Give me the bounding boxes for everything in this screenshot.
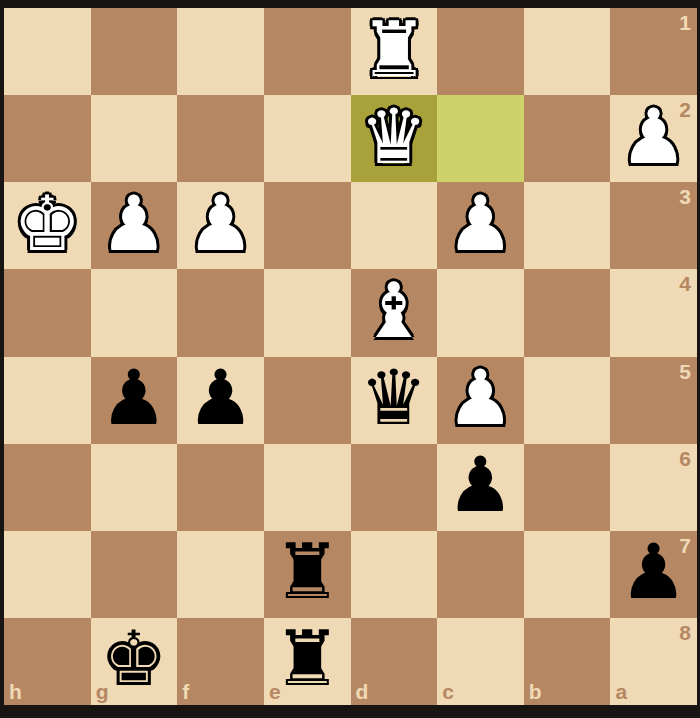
chess-board: ♜1♛♟2♚♟♟♟3♝4♟♟♛♟5♟6♜♟7h♚gf♜edcba8 (4, 8, 697, 705)
square-d1[interactable]: ♜ (351, 8, 438, 95)
white-pawn-f3[interactable]: ♟ (186, 186, 254, 262)
square-g6[interactable] (91, 444, 178, 531)
square-g7[interactable] (91, 531, 178, 618)
square-f5[interactable]: ♟ (177, 357, 264, 444)
file-label-c: c (442, 681, 454, 702)
square-b3[interactable] (524, 182, 611, 269)
square-h7[interactable] (4, 531, 91, 618)
square-d4[interactable]: ♝ (351, 269, 438, 356)
square-a2[interactable]: ♟2 (610, 95, 697, 182)
white-pawn-a2[interactable]: ♟ (620, 99, 688, 175)
square-h2[interactable] (4, 95, 91, 182)
black-pawn-a7[interactable]: ♟ (620, 534, 688, 610)
file-label-d: d (356, 681, 369, 702)
square-e2[interactable] (264, 95, 351, 182)
square-g5[interactable]: ♟ (91, 357, 178, 444)
white-pawn-c3[interactable]: ♟ (446, 186, 514, 262)
square-d5[interactable]: ♛ (351, 357, 438, 444)
square-f2[interactable] (177, 95, 264, 182)
file-label-f: f (182, 681, 189, 702)
square-f6[interactable] (177, 444, 264, 531)
white-pawn-g3[interactable]: ♟ (100, 186, 168, 262)
square-g1[interactable] (91, 8, 178, 95)
square-c8[interactable]: c (437, 618, 524, 705)
square-h8[interactable]: h (4, 618, 91, 705)
square-d3[interactable] (351, 182, 438, 269)
square-a6[interactable]: 6 (610, 444, 697, 531)
square-b5[interactable] (524, 357, 611, 444)
square-f3[interactable]: ♟ (177, 182, 264, 269)
white-pawn-c5[interactable]: ♟ (446, 360, 514, 436)
square-d7[interactable] (351, 531, 438, 618)
rank-label-8: 8 (679, 622, 691, 643)
square-b4[interactable] (524, 269, 611, 356)
rank-label-4: 4 (679, 273, 691, 294)
file-label-b: b (529, 681, 542, 702)
square-e6[interactable] (264, 444, 351, 531)
square-c1[interactable] (437, 8, 524, 95)
black-pawn-c6[interactable]: ♟ (446, 447, 514, 523)
square-e7[interactable]: ♜ (264, 531, 351, 618)
square-f7[interactable] (177, 531, 264, 618)
file-label-a: a (615, 681, 627, 702)
square-b7[interactable] (524, 531, 611, 618)
square-b1[interactable] (524, 8, 611, 95)
square-a3[interactable]: 3 (610, 182, 697, 269)
rank-label-1: 1 (679, 12, 691, 33)
file-label-e: e (269, 681, 281, 702)
square-a4[interactable]: 4 (610, 269, 697, 356)
rank-label-5: 5 (679, 361, 691, 382)
square-d8[interactable]: d (351, 618, 438, 705)
square-c6[interactable]: ♟ (437, 444, 524, 531)
square-e4[interactable] (264, 269, 351, 356)
black-king-g8[interactable]: ♚ (100, 621, 168, 697)
square-b2[interactable] (524, 95, 611, 182)
black-pawn-f5[interactable]: ♟ (186, 360, 254, 436)
square-e8[interactable]: ♜e (264, 618, 351, 705)
white-king-h3[interactable]: ♚ (13, 186, 81, 262)
square-c2[interactable] (437, 95, 524, 182)
square-g8[interactable]: ♚g (91, 618, 178, 705)
white-queen-d2[interactable]: ♛ (360, 99, 428, 175)
square-d6[interactable] (351, 444, 438, 531)
square-b6[interactable] (524, 444, 611, 531)
square-d2[interactable]: ♛ (351, 95, 438, 182)
square-a5[interactable]: 5 (610, 357, 697, 444)
square-f1[interactable] (177, 8, 264, 95)
square-c4[interactable] (437, 269, 524, 356)
black-queen-d5[interactable]: ♛ (360, 360, 428, 436)
square-a7[interactable]: ♟7 (610, 531, 697, 618)
square-c7[interactable] (437, 531, 524, 618)
square-a1[interactable]: 1 (610, 8, 697, 95)
square-h6[interactable] (4, 444, 91, 531)
white-bishop-d4[interactable]: ♝ (360, 273, 428, 349)
square-h3[interactable]: ♚ (4, 182, 91, 269)
board-frame: ♜1♛♟2♚♟♟♟3♝4♟♟♛♟5♟6♜♟7h♚gf♜edcba8 (0, 0, 700, 718)
black-pawn-g5[interactable]: ♟ (100, 360, 168, 436)
square-c3[interactable]: ♟ (437, 182, 524, 269)
white-rook-d1[interactable]: ♜ (360, 12, 428, 88)
square-h4[interactable] (4, 269, 91, 356)
file-label-h: h (9, 681, 22, 702)
square-e5[interactable] (264, 357, 351, 444)
square-a8[interactable]: a8 (610, 618, 697, 705)
square-e3[interactable] (264, 182, 351, 269)
rank-label-7: 7 (679, 535, 691, 556)
square-b8[interactable]: b (524, 618, 611, 705)
rank-label-6: 6 (679, 448, 691, 469)
rank-label-3: 3 (679, 186, 691, 207)
square-c5[interactable]: ♟ (437, 357, 524, 444)
square-h1[interactable] (4, 8, 91, 95)
black-rook-e7[interactable]: ♜ (273, 534, 341, 610)
square-g3[interactable]: ♟ (91, 182, 178, 269)
file-label-g: g (96, 681, 109, 702)
square-f8[interactable]: f (177, 618, 264, 705)
square-f4[interactable] (177, 269, 264, 356)
square-g4[interactable] (91, 269, 178, 356)
square-e1[interactable] (264, 8, 351, 95)
square-h5[interactable] (4, 357, 91, 444)
square-g2[interactable] (91, 95, 178, 182)
black-rook-e8[interactable]: ♜ (273, 621, 341, 697)
rank-label-2: 2 (679, 99, 691, 120)
